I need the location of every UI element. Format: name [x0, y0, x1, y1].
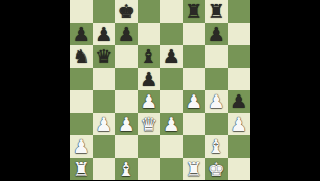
square-e1[interactable] — [160, 158, 183, 181]
piece-black-king-c8[interactable]: ♚ — [118, 0, 135, 22]
square-b6[interactable]: ♛ — [93, 45, 116, 68]
piece-white-pawn-a2[interactable]: ♟ — [73, 135, 90, 157]
square-b7[interactable]: ♟ — [93, 23, 116, 46]
square-a2[interactable]: ♟ — [70, 135, 93, 158]
square-f5[interactable] — [183, 68, 206, 91]
square-a4[interactable] — [70, 90, 93, 113]
square-a8[interactable] — [70, 0, 93, 23]
piece-black-pawn-g7[interactable]: ♟ — [208, 23, 225, 45]
square-a1[interactable]: ♜ — [70, 158, 93, 181]
piece-black-rook-f8[interactable]: ♜ — [185, 0, 202, 22]
square-h1[interactable] — [228, 158, 251, 181]
square-d5[interactable]: ♟ — [138, 68, 161, 91]
square-h7[interactable] — [228, 23, 251, 46]
left-pillarbox — [0, 0, 70, 180]
square-e8[interactable] — [160, 0, 183, 23]
square-e4[interactable] — [160, 90, 183, 113]
square-a5[interactable] — [70, 68, 93, 91]
square-f1[interactable]: ♜ — [183, 158, 206, 181]
piece-black-knight-a6[interactable]: ♞ — [73, 45, 90, 67]
square-c7[interactable]: ♟ — [115, 23, 138, 46]
square-f4[interactable]: ♟ — [183, 90, 206, 113]
piece-black-bishop-d6[interactable]: ♝ — [140, 45, 157, 67]
square-b3[interactable]: ♟ — [93, 113, 116, 136]
piece-white-bishop-g2[interactable]: ♝ — [208, 135, 225, 157]
square-f6[interactable] — [183, 45, 206, 68]
square-c6[interactable] — [115, 45, 138, 68]
piece-black-pawn-d5[interactable]: ♟ — [140, 68, 157, 90]
square-e7[interactable] — [160, 23, 183, 46]
piece-white-pawn-c3[interactable]: ♟ — [118, 113, 135, 135]
square-g1[interactable]: ♚ — [205, 158, 228, 181]
piece-black-pawn-a7[interactable]: ♟ — [73, 23, 90, 45]
piece-white-pawn-e3[interactable]: ♟ — [163, 113, 180, 135]
square-c3[interactable]: ♟ — [115, 113, 138, 136]
square-b5[interactable] — [93, 68, 116, 91]
square-f3[interactable] — [183, 113, 206, 136]
square-e5[interactable] — [160, 68, 183, 91]
square-g7[interactable]: ♟ — [205, 23, 228, 46]
square-d6[interactable]: ♝ — [138, 45, 161, 68]
square-h8[interactable] — [228, 0, 251, 23]
square-g5[interactable] — [205, 68, 228, 91]
piece-white-rook-a1[interactable]: ♜ — [73, 158, 90, 180]
square-e3[interactable]: ♟ — [160, 113, 183, 136]
right-pillarbox — [250, 0, 320, 180]
square-h3[interactable]: ♟ — [228, 113, 251, 136]
square-g6[interactable] — [205, 45, 228, 68]
square-e6[interactable]: ♟ — [160, 45, 183, 68]
square-g4[interactable]: ♟ — [205, 90, 228, 113]
square-c2[interactable] — [115, 135, 138, 158]
piece-black-pawn-e6[interactable]: ♟ — [163, 45, 180, 67]
square-h4[interactable]: ♟ — [228, 90, 251, 113]
square-b8[interactable] — [93, 0, 116, 23]
square-b4[interactable] — [93, 90, 116, 113]
piece-white-rook-f1[interactable]: ♜ — [185, 158, 202, 180]
square-e2[interactable] — [160, 135, 183, 158]
square-d7[interactable] — [138, 23, 161, 46]
square-c4[interactable] — [115, 90, 138, 113]
square-c1[interactable]: ♝ — [115, 158, 138, 181]
square-f2[interactable] — [183, 135, 206, 158]
square-a6[interactable]: ♞ — [70, 45, 93, 68]
piece-white-queen-d3[interactable]: ♛ — [140, 113, 157, 135]
square-d4[interactable]: ♟ — [138, 90, 161, 113]
square-h5[interactable] — [228, 68, 251, 91]
piece-white-pawn-b3[interactable]: ♟ — [95, 113, 112, 135]
square-h2[interactable] — [228, 135, 251, 158]
square-f8[interactable]: ♜ — [183, 0, 206, 23]
square-b1[interactable] — [93, 158, 116, 181]
video-frame: ♚♜♜♟♟♟♟♞♛♝♟♟♟♟♟♟♟♟♛♟♟♟♝♜♝♜♚ — [0, 0, 320, 180]
piece-white-pawn-g4[interactable]: ♟ — [208, 90, 225, 112]
square-h6[interactable] — [228, 45, 251, 68]
square-d8[interactable] — [138, 0, 161, 23]
piece-black-rook-g8[interactable]: ♜ — [208, 0, 225, 22]
square-g2[interactable]: ♝ — [205, 135, 228, 158]
piece-black-queen-b6[interactable]: ♛ — [95, 45, 112, 67]
square-d3[interactable]: ♛ — [138, 113, 161, 136]
square-g3[interactable] — [205, 113, 228, 136]
square-c8[interactable]: ♚ — [115, 0, 138, 23]
square-c5[interactable] — [115, 68, 138, 91]
square-b2[interactable] — [93, 135, 116, 158]
piece-black-pawn-h4[interactable]: ♟ — [230, 90, 247, 112]
square-g8[interactable]: ♜ — [205, 0, 228, 23]
piece-black-pawn-b7[interactable]: ♟ — [95, 23, 112, 45]
piece-black-pawn-c7[interactable]: ♟ — [118, 23, 135, 45]
square-f7[interactable] — [183, 23, 206, 46]
square-d1[interactable] — [138, 158, 161, 181]
square-a7[interactable]: ♟ — [70, 23, 93, 46]
piece-white-pawn-f4[interactable]: ♟ — [185, 90, 202, 112]
piece-white-king-g1[interactable]: ♚ — [208, 158, 225, 180]
square-a3[interactable] — [70, 113, 93, 136]
piece-white-bishop-c1[interactable]: ♝ — [118, 158, 135, 180]
chess-board: ♚♜♜♟♟♟♟♞♛♝♟♟♟♟♟♟♟♟♛♟♟♟♝♜♝♜♚ — [70, 0, 250, 180]
piece-white-pawn-h3[interactable]: ♟ — [230, 113, 247, 135]
square-d2[interactable] — [138, 135, 161, 158]
piece-white-pawn-d4[interactable]: ♟ — [140, 90, 157, 112]
